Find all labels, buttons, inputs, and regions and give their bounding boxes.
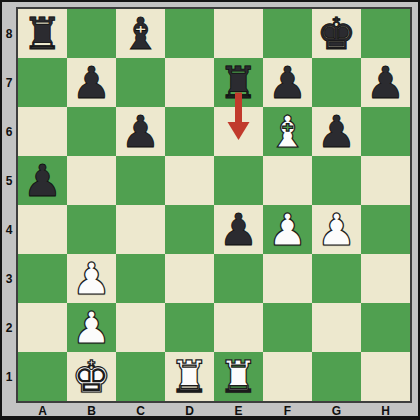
square-c7[interactable] [116,58,165,107]
square-c5[interactable] [116,156,165,205]
square-f5[interactable] [263,156,312,205]
square-g5[interactable] [312,156,361,205]
square-b2[interactable]: ♟ [67,303,116,352]
square-e5[interactable] [214,156,263,205]
square-f3[interactable] [263,254,312,303]
file-label-h: H [361,403,410,418]
square-a5[interactable]: ♟ [18,156,67,205]
black-pawn[interactable]: ♟ [219,208,258,252]
black-pawn[interactable]: ♟ [317,110,356,154]
rank-label-1: 1 [2,352,16,401]
file-label-b: B [67,403,116,418]
white-king[interactable]: ♚ [72,355,111,399]
square-c6[interactable]: ♟ [116,107,165,156]
square-f6[interactable]: ♝ [263,107,312,156]
file-labels: ABCDEFGH [18,403,410,418]
rank-label-7: 7 [2,58,16,107]
square-f7[interactable]: ♟ [263,58,312,107]
rank-labels: 87654321 [2,9,16,401]
square-f8[interactable] [263,9,312,58]
rank-label-8: 8 [2,9,16,58]
rank-label-3: 3 [2,254,16,303]
square-e8[interactable] [214,9,263,58]
rank-label-5: 5 [2,156,16,205]
square-e4[interactable]: ♟ [214,205,263,254]
black-pawn[interactable]: ♟ [268,61,307,105]
white-pawn[interactable]: ♟ [72,257,111,301]
square-g3[interactable] [312,254,361,303]
file-label-d: D [165,403,214,418]
square-e2[interactable] [214,303,263,352]
black-rook[interactable]: ♜ [219,61,258,105]
black-bishop[interactable]: ♝ [121,12,160,56]
square-g6[interactable]: ♟ [312,107,361,156]
square-e6[interactable] [214,107,263,156]
square-b5[interactable] [67,156,116,205]
square-g2[interactable] [312,303,361,352]
square-g8[interactable]: ♚ [312,9,361,58]
file-label-f: F [263,403,312,418]
square-e3[interactable] [214,254,263,303]
square-h6[interactable] [361,107,410,156]
white-bishop[interactable]: ♝ [268,110,307,154]
square-b6[interactable] [67,107,116,156]
square-d5[interactable] [165,156,214,205]
square-h8[interactable] [361,9,410,58]
square-b4[interactable] [67,205,116,254]
square-d2[interactable] [165,303,214,352]
square-b8[interactable] [67,9,116,58]
square-h7[interactable]: ♟ [361,58,410,107]
white-pawn[interactable]: ♟ [317,208,356,252]
square-f4[interactable]: ♟ [263,205,312,254]
square-c8[interactable]: ♝ [116,9,165,58]
square-c1[interactable] [116,352,165,401]
square-d8[interactable] [165,9,214,58]
square-g1[interactable] [312,352,361,401]
square-f2[interactable] [263,303,312,352]
black-pawn[interactable]: ♟ [366,61,405,105]
square-b3[interactable]: ♟ [67,254,116,303]
chess-board: ♜♝♚♟♜♟♟♟♝♟♟♟♟♟♟♟♚♜♜ [16,7,412,403]
square-c2[interactable] [116,303,165,352]
white-pawn[interactable]: ♟ [72,306,111,350]
square-a2[interactable] [18,303,67,352]
square-h5[interactable] [361,156,410,205]
white-rook[interactable]: ♜ [219,355,258,399]
square-a4[interactable] [18,205,67,254]
square-d7[interactable] [165,58,214,107]
file-label-e: E [214,403,263,418]
black-pawn[interactable]: ♟ [72,61,111,105]
square-f1[interactable] [263,352,312,401]
square-c4[interactable] [116,205,165,254]
rank-label-4: 4 [2,205,16,254]
square-h2[interactable] [361,303,410,352]
black-pawn[interactable]: ♟ [23,159,62,203]
square-h1[interactable] [361,352,410,401]
square-h4[interactable] [361,205,410,254]
square-a8[interactable]: ♜ [18,9,67,58]
square-e1[interactable]: ♜ [214,352,263,401]
white-rook[interactable]: ♜ [170,355,209,399]
rank-label-2: 2 [2,303,16,352]
square-c3[interactable] [116,254,165,303]
chess-diagram: 87654321 ♜♝♚♟♜♟♟♟♝♟♟♟♟♟♟♟♚♜♜ ABCDEFGH [0,0,420,420]
square-a3[interactable] [18,254,67,303]
square-a7[interactable] [18,58,67,107]
white-pawn[interactable]: ♟ [268,208,307,252]
file-label-c: C [116,403,165,418]
square-b7[interactable]: ♟ [67,58,116,107]
square-g7[interactable] [312,58,361,107]
square-d4[interactable] [165,205,214,254]
square-a6[interactable] [18,107,67,156]
rank-label-6: 6 [2,107,16,156]
square-d3[interactable] [165,254,214,303]
square-e7[interactable]: ♜ [214,58,263,107]
black-rook[interactable]: ♜ [23,12,62,56]
square-g4[interactable]: ♟ [312,205,361,254]
black-pawn[interactable]: ♟ [121,110,160,154]
file-label-a: A [18,403,67,418]
black-king[interactable]: ♚ [317,12,356,56]
square-b1[interactable]: ♚ [67,352,116,401]
square-a1[interactable] [18,352,67,401]
square-d6[interactable] [165,107,214,156]
square-d1[interactable]: ♜ [165,352,214,401]
square-h3[interactable] [361,254,410,303]
file-label-g: G [312,403,361,418]
